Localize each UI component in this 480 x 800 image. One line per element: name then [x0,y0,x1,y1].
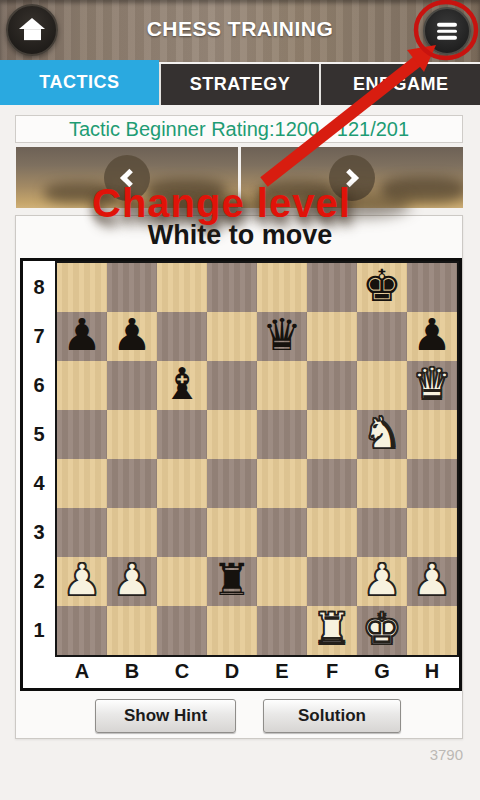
white-king: ♚ [362,607,401,651]
square-a7[interactable]: ♟ [57,312,107,361]
square-f6[interactable] [307,361,357,410]
square-a1[interactable] [57,606,107,655]
square-b4[interactable] [107,459,157,508]
rating-bar: Tactic Beginner Rating:1200 - 121/201 [15,115,463,143]
chess-board: 87654321 ♚♟♟♛♟♝♛♞♟♟♜♟♟♜♚ ABCDEFGH [20,258,462,691]
square-a5[interactable] [57,410,107,459]
square-b6[interactable] [107,361,157,410]
rating-text: Tactic Beginner Rating:1200 - 121/201 [69,118,409,141]
square-c6[interactable]: ♝ [157,361,207,410]
tab-strategy[interactable]: STRATEGY [159,64,320,105]
square-h3[interactable] [407,508,457,557]
square-g8[interactable]: ♚ [357,263,407,312]
square-b2[interactable]: ♟ [107,557,157,606]
annotation-change-level: Change level [92,181,351,226]
square-e6[interactable] [257,361,307,410]
square-b7[interactable]: ♟ [107,312,157,361]
white-pawn: ♟ [62,558,101,602]
square-e1[interactable] [257,606,307,655]
black-queen: ♛ [262,313,301,357]
square-g6[interactable] [357,361,407,410]
square-a3[interactable] [57,508,107,557]
square-b1[interactable] [107,606,157,655]
square-g7[interactable] [357,312,407,361]
square-d3[interactable] [207,508,257,557]
square-g3[interactable] [357,508,407,557]
black-rook: ♜ [212,558,251,602]
rank-label-2: 2 [23,557,55,606]
square-d6[interactable] [207,361,257,410]
file-label-b: B [107,657,157,686]
black-pawn: ♟ [62,313,101,357]
file-label-f: F [307,657,357,686]
square-h5[interactable] [407,410,457,459]
square-c3[interactable] [157,508,207,557]
show-hint-button[interactable]: Show Hint [95,699,236,733]
tab-bar: TACTICS STRATEGY ENDGAME [0,60,480,105]
square-d4[interactable] [207,459,257,508]
square-h8[interactable] [407,263,457,312]
square-f4[interactable] [307,459,357,508]
square-b5[interactable] [107,410,157,459]
square-g2[interactable]: ♟ [357,557,407,606]
square-f2[interactable] [307,557,357,606]
white-pawn: ♟ [112,558,151,602]
rank-label-5: 5 [23,410,55,459]
rank-label-1: 1 [23,606,55,655]
square-a6[interactable] [57,361,107,410]
file-label-h: H [407,657,457,686]
white-knight: ♞ [362,411,401,455]
square-c5[interactable] [157,410,207,459]
file-label-g: G [357,657,407,686]
square-c2[interactable] [157,557,207,606]
square-g4[interactable] [357,459,407,508]
square-e5[interactable] [257,410,307,459]
square-f1[interactable]: ♜ [307,606,357,655]
square-h2[interactable]: ♟ [407,557,457,606]
square-b3[interactable] [107,508,157,557]
header: CHESS TRAINING [0,0,480,62]
white-pawn: ♟ [412,558,451,602]
square-c8[interactable] [157,263,207,312]
square-e8[interactable] [257,263,307,312]
puzzle-id: 3790 [430,746,463,763]
square-f7[interactable] [307,312,357,361]
square-b8[interactable] [107,263,157,312]
square-d8[interactable] [207,263,257,312]
square-f8[interactable] [307,263,357,312]
hamburger-icon [437,20,457,43]
board-squares: ♚♟♟♛♟♝♛♞♟♟♜♟♟♜♚ [55,261,459,657]
square-h6[interactable]: ♛ [407,361,457,410]
rank-label-6: 6 [23,361,55,410]
square-d2[interactable]: ♜ [207,557,257,606]
file-label-c: C [157,657,207,686]
square-c7[interactable] [157,312,207,361]
square-g1[interactable]: ♚ [357,606,407,655]
square-c1[interactable] [157,606,207,655]
square-h1[interactable] [407,606,457,655]
square-f3[interactable] [307,508,357,557]
solution-button[interactable]: Solution [263,699,401,733]
black-pawn: ♟ [412,313,451,357]
black-bishop: ♝ [162,362,201,406]
square-d1[interactable] [207,606,257,655]
white-pawn: ♟ [362,558,401,602]
white-rook: ♜ [312,607,351,651]
tab-endgame[interactable]: ENDGAME [319,64,480,105]
rank-label-8: 8 [23,263,55,312]
file-label-d: D [207,657,257,686]
menu-button[interactable] [423,7,471,55]
square-e2[interactable] [257,557,307,606]
black-pawn: ♟ [112,313,151,357]
rank-labels: 87654321 [23,263,55,655]
square-a8[interactable] [57,263,107,312]
rank-label-3: 3 [23,508,55,557]
square-f5[interactable] [307,410,357,459]
square-g5[interactable]: ♞ [357,410,407,459]
white-queen: ♛ [412,362,451,406]
square-e3[interactable] [257,508,307,557]
chess-training-app: CHESS TRAINING TACTICS STRATEGY ENDGAME … [0,0,480,800]
square-e4[interactable] [257,459,307,508]
tab-tactics[interactable]: TACTICS [0,60,159,105]
square-e7[interactable]: ♛ [257,312,307,361]
rank-label-4: 4 [23,459,55,508]
square-h7[interactable]: ♟ [407,312,457,361]
page-title: CHESS TRAINING [0,17,480,41]
square-d7[interactable] [207,312,257,361]
square-h4[interactable] [407,459,457,508]
file-label-a: A [57,657,107,686]
file-label-e: E [257,657,307,686]
square-a2[interactable]: ♟ [57,557,107,606]
file-labels: ABCDEFGH [57,657,457,686]
square-c4[interactable] [157,459,207,508]
rank-label-7: 7 [23,312,55,361]
square-d5[interactable] [207,410,257,459]
square-a4[interactable] [57,459,107,508]
black-king: ♚ [362,264,401,308]
